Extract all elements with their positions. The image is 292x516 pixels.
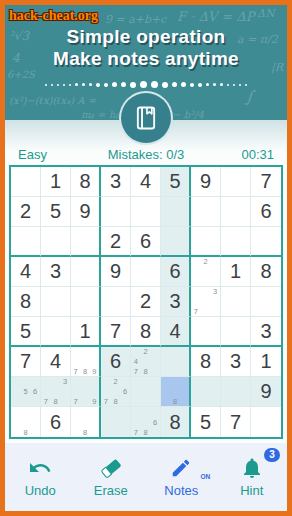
cell-value: 6 [140, 230, 151, 253]
cell-value: 1 [230, 260, 241, 283]
cell-r9c7[interactable]: 5 [191, 407, 221, 437]
pencil-notes: 8 [71, 407, 99, 437]
cell-value: 7 [230, 411, 241, 434]
cell-r5c9[interactable] [251, 287, 281, 317]
dot [220, 83, 223, 86]
cell-r5c2[interactable] [41, 287, 71, 317]
cell-r5c8[interactable] [221, 287, 251, 317]
cell-value: 7 [260, 170, 271, 193]
dot [213, 83, 216, 86]
pencil-notes: 678 [131, 407, 160, 437]
cell-r3c7[interactable] [191, 227, 221, 257]
pencil-notes: 2478 [131, 347, 160, 376]
cell-value: 5 [200, 411, 211, 434]
undo-icon [28, 456, 52, 480]
cell-r2c5[interactable] [131, 197, 161, 227]
cell-r9c6[interactable]: 8 [161, 407, 191, 437]
cell-r1c9[interactable]: 7 [251, 167, 281, 197]
undo-button[interactable]: Undo [5, 456, 76, 498]
notes-feature-badge [119, 91, 173, 145]
dot [69, 84, 71, 86]
dot [190, 83, 194, 87]
cell-r4c3[interactable] [71, 257, 101, 287]
cell-r2c6[interactable] [161, 197, 191, 227]
dot [140, 81, 147, 88]
cell-r2c7[interactable] [191, 197, 221, 227]
cell-r4c7[interactable]: 2 [191, 257, 221, 287]
cell-value: 3 [110, 170, 121, 193]
cell-value: 3 [230, 350, 241, 373]
cell-r1c3[interactable]: 8 [71, 167, 101, 197]
cell-r8c4[interactable]: 2678 [101, 377, 131, 407]
cell-r7c1[interactable]: 7 [11, 347, 41, 377]
dot [245, 84, 247, 86]
pencil-notes: 2678 [101, 377, 130, 406]
dot [89, 83, 92, 86]
cell-r9c8[interactable]: 7 [221, 407, 251, 437]
cell-value: 6 [50, 411, 61, 434]
dot [172, 82, 177, 87]
cell-value: 9 [110, 260, 121, 283]
cell-r9c5[interactable]: 678 [131, 407, 161, 437]
pencil-notes: 37 [191, 287, 220, 316]
formula-decoration: (x²)−(ℓx)(ℓx₄) A = [9, 95, 96, 106]
pencil-notes: 79 [71, 377, 99, 406]
cell-r8c9[interactable]: 9 [251, 377, 281, 407]
cell-r6c3[interactable]: 1 [71, 317, 101, 347]
cell-r6c9[interactable]: 3 [251, 317, 281, 347]
cell-r3c3[interactable] [71, 227, 101, 257]
dot [227, 84, 229, 86]
cell-r3c9[interactable] [251, 227, 281, 257]
cell-r8c2[interactable]: 378 [41, 377, 71, 407]
cell-r6c1[interactable]: 5 [11, 317, 41, 347]
cell-r5c7[interactable]: 37 [191, 287, 221, 317]
cell-r2c1[interactable]: 2 [11, 197, 41, 227]
dot [121, 82, 126, 87]
erase-button[interactable]: Erase [76, 456, 147, 498]
cell-r4c4[interactable]: 9 [101, 257, 131, 287]
cell-r7c3[interactable]: 789 [71, 347, 101, 377]
cell-value: 8 [200, 350, 211, 373]
dot [45, 84, 47, 86]
notes-label: Notes [164, 483, 198, 498]
cell-r9c4[interactable] [101, 407, 131, 437]
cell-r3c6[interactable] [161, 227, 191, 257]
dot [75, 83, 78, 86]
cell-r1c4[interactable]: 3 [101, 167, 131, 197]
dot [112, 82, 117, 87]
cell-r1c1[interactable] [11, 167, 41, 197]
pencil-notes: 2 [191, 257, 220, 286]
cell-r7c7[interactable]: 8 [191, 347, 221, 377]
cell-value: 9 [200, 170, 211, 193]
cell-r2c4[interactable] [101, 197, 131, 227]
cell-r3c2[interactable] [41, 227, 71, 257]
cell-r2c9[interactable]: 6 [251, 197, 281, 227]
dot [206, 83, 209, 86]
formula-decoration: 6+2S [7, 69, 35, 80]
cell-value: 2 [140, 290, 151, 313]
mistakes-counter: Mistakes: 0/3 [5, 147, 287, 162]
cell-r5c6[interactable]: 3 [161, 287, 191, 317]
dot [162, 82, 168, 88]
cell-value: 1 [79, 320, 90, 343]
cell-r4c6[interactable]: 6 [161, 257, 191, 287]
cell-value: 2 [20, 200, 31, 223]
cell-r1c6[interactable]: 5 [161, 167, 191, 197]
banner-title-line1: Simple operation [5, 26, 287, 48]
notes-toggle-button[interactable]: ON Notes [146, 456, 217, 498]
cell-r9c3[interactable]: 8 [71, 407, 101, 437]
pencil-notes: 8 [11, 407, 40, 437]
cell-r6c8[interactable] [221, 317, 251, 347]
dot [198, 83, 202, 87]
cell-value: 3 [260, 320, 271, 343]
cell-r6c5[interactable]: 8 [131, 317, 161, 347]
dot [104, 83, 108, 87]
cell-r8c3[interactable]: 79 [71, 377, 101, 407]
cell-r8c8[interactable] [221, 377, 251, 407]
sudoku-board: 1834597259626439621882337517843747896247… [9, 165, 283, 439]
cell-r4c5[interactable] [131, 257, 161, 287]
toolbar: Undo Erase ON Notes [5, 443, 287, 511]
dot [96, 83, 100, 87]
dot [57, 84, 59, 86]
undo-label: Undo [25, 483, 56, 498]
pencil-notes: 789 [71, 347, 99, 376]
notebook-icon [132, 104, 160, 132]
cell-r8c6[interactable]: 8 [161, 377, 191, 407]
cell-r7c6[interactable] [161, 347, 191, 377]
cell-r3c4[interactable]: 2 [101, 227, 131, 257]
cell-r3c1[interactable] [11, 227, 41, 257]
erase-label: Erase [94, 483, 128, 498]
dot [239, 84, 241, 86]
cell-r6c7[interactable] [191, 317, 221, 347]
cell-r1c8[interactable] [221, 167, 251, 197]
cell-value: 4 [50, 350, 61, 373]
app-frame: hack-cheat.org 9 = a+b+cF · ΔV = ΔPΔN²√3… [0, 0, 292, 516]
cell-value: 3 [50, 260, 61, 283]
dot [82, 83, 85, 86]
cell-value: 7 [110, 320, 121, 343]
cell-r2c2[interactable]: 5 [41, 197, 71, 227]
bell-icon [240, 456, 264, 480]
cell-value: 5 [50, 200, 61, 223]
cell-value: 4 [20, 260, 31, 283]
cell-value: 3 [169, 290, 180, 313]
cell-value: 5 [20, 320, 31, 343]
cell-r4c2[interactable]: 3 [41, 257, 71, 287]
cell-r5c4[interactable] [101, 287, 131, 317]
cell-r8c7[interactable] [191, 377, 221, 407]
cell-r4c8[interactable]: 1 [221, 257, 251, 287]
hint-label: Hint [240, 483, 263, 498]
cell-r4c9[interactable]: 8 [251, 257, 281, 287]
banner-title-line2: Make notes anytime [5, 48, 287, 70]
cell-r6c4[interactable]: 7 [101, 317, 131, 347]
watermark-text: hack-cheat.org [9, 8, 98, 24]
dot [151, 81, 158, 88]
hint-count-badge: 3 [264, 448, 280, 462]
cell-value: 8 [20, 290, 31, 313]
dot [51, 84, 53, 86]
cell-r7c2[interactable]: 4 [41, 347, 71, 377]
cell-r7c4[interactable]: 6 [101, 347, 131, 377]
eraser-icon [99, 456, 123, 480]
pencil-icon [170, 457, 192, 479]
cell-value: 8 [260, 260, 271, 283]
cell-value: 6 [169, 260, 180, 283]
cell-value: 6 [260, 200, 271, 223]
cell-r5c5[interactable]: 2 [131, 287, 161, 317]
dot [233, 84, 235, 86]
cell-r5c1[interactable]: 8 [11, 287, 41, 317]
cell-value: 8 [169, 411, 180, 434]
cell-value: 8 [79, 170, 90, 193]
cell-value: 4 [140, 170, 151, 193]
cell-r7c9[interactable]: 1 [251, 347, 281, 377]
cell-r5c3[interactable] [71, 287, 101, 317]
cell-value: 8 [140, 320, 151, 343]
hint-button[interactable]: 3 Hint [217, 456, 288, 498]
pencil-notes: 378 [41, 377, 70, 406]
notes-on-indicator: ON [201, 473, 211, 480]
cell-value: 4 [169, 320, 180, 343]
pencil-notes: 8 [161, 377, 189, 406]
dot [63, 84, 65, 86]
cell-r8c1[interactable]: 56 [11, 377, 41, 407]
formula-decoration: ∫ [245, 87, 253, 106]
cell-r8c5[interactable] [131, 377, 161, 407]
cell-r6c2[interactable] [41, 317, 71, 347]
cell-r3c5[interactable]: 6 [131, 227, 161, 257]
cell-r4c1[interactable]: 4 [11, 257, 41, 287]
cell-r1c2[interactable]: 1 [41, 167, 71, 197]
cell-r1c5[interactable]: 4 [131, 167, 161, 197]
cell-value: 5 [169, 170, 180, 193]
game-status-row: Easy Mistakes: 0/3 00:31 [5, 147, 287, 162]
dots-divider [5, 81, 287, 88]
cell-r3c8[interactable] [221, 227, 251, 257]
cell-r7c5[interactable]: 2478 [131, 347, 161, 377]
cell-value: 9 [79, 200, 90, 223]
cell-value: 7 [20, 350, 31, 373]
cell-r2c3[interactable]: 9 [71, 197, 101, 227]
dot [181, 82, 186, 87]
cell-r7c8[interactable]: 3 [221, 347, 251, 377]
cell-value: 1 [260, 350, 271, 373]
cell-r6c6[interactable]: 4 [161, 317, 191, 347]
pencil-notes: 56 [11, 377, 40, 406]
cell-value: 1 [50, 170, 61, 193]
cell-r2c8[interactable] [221, 197, 251, 227]
cell-r9c9[interactable] [251, 407, 281, 437]
cell-r9c1[interactable]: 8 [11, 407, 41, 437]
cell-value: 6 [110, 350, 121, 373]
cell-value: 2 [110, 230, 121, 253]
cell-r9c2[interactable]: 6 [41, 407, 71, 437]
cell-r1c7[interactable]: 9 [191, 167, 221, 197]
cell-value: 9 [260, 380, 271, 403]
dot [130, 82, 136, 88]
